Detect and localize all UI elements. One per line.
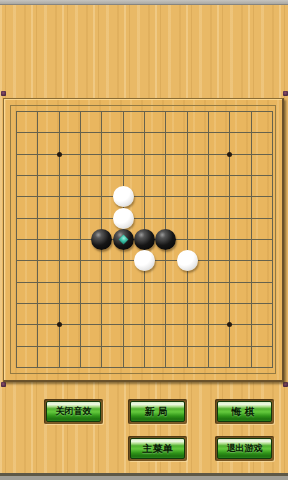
new-game-button-label: 新局 [145, 407, 171, 417]
white-stone [113, 186, 134, 207]
board-frame [3, 98, 284, 382]
app-screen: 关闭音效 新局 悔棋 主菜单 退出游戏 [0, 0, 288, 480]
main-menu-button[interactable]: 主菜单 [128, 436, 187, 461]
black-stone [134, 229, 155, 250]
undo-button-label: 悔棋 [232, 407, 258, 417]
undo-button[interactable]: 悔棋 [215, 399, 274, 424]
main-menu-button-label: 主菜单 [143, 444, 173, 454]
last-move-marker [119, 235, 129, 245]
corner-pin [283, 91, 288, 96]
star-point [57, 152, 62, 157]
exit-game-button-label: 退出游戏 [227, 444, 263, 453]
sound-toggle-button-face: 关闭音效 [46, 401, 101, 422]
board-grid[interactable] [16, 111, 273, 368]
white-stone [113, 208, 134, 229]
star-point [227, 322, 232, 327]
corner-pin [283, 382, 288, 387]
bottom-bar [0, 476, 288, 480]
black-stone [113, 229, 134, 250]
exit-game-button[interactable]: 退出游戏 [215, 436, 274, 461]
corner-pin [1, 91, 6, 96]
white-stone [177, 250, 198, 271]
new-game-button-face: 新局 [130, 401, 185, 422]
new-game-button[interactable]: 新局 [128, 399, 187, 424]
star-point [57, 322, 62, 327]
star-point [227, 152, 232, 157]
exit-game-button-face: 退出游戏 [217, 438, 272, 459]
sound-toggle-button[interactable]: 关闭音效 [44, 399, 103, 424]
white-stone [134, 250, 155, 271]
corner-pin [1, 382, 6, 387]
main-menu-button-face: 主菜单 [130, 438, 185, 459]
status-bar-top [0, 0, 288, 5]
black-stone [91, 229, 112, 250]
undo-button-face: 悔棋 [217, 401, 272, 422]
black-stone [155, 229, 176, 250]
sound-toggle-button-label: 关闭音效 [56, 407, 92, 416]
